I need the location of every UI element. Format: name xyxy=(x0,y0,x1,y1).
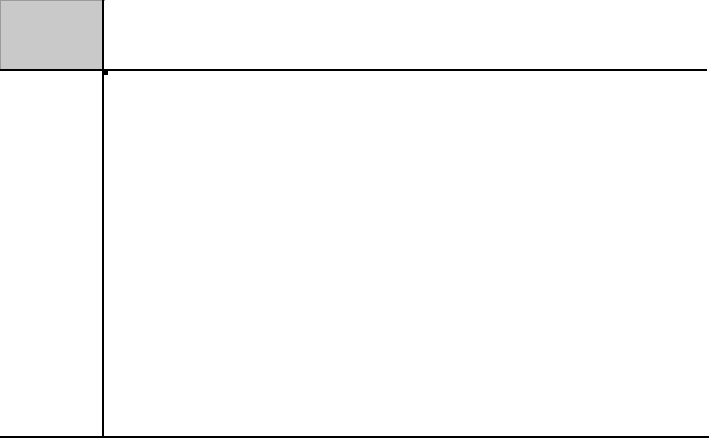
column-clues xyxy=(104,0,105,1)
nonogram-page xyxy=(0,0,720,438)
board-top-border xyxy=(0,69,707,71)
nonogram-board xyxy=(104,71,108,75)
corner-watermark-block xyxy=(0,0,104,71)
board-left-border xyxy=(102,0,104,438)
